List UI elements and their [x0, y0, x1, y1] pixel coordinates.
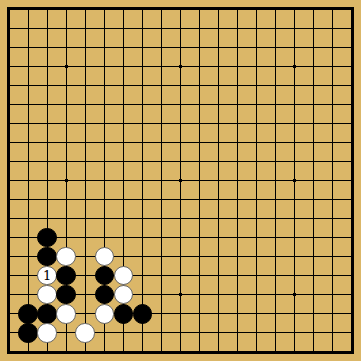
star-point [179, 293, 182, 296]
stone-black [56, 285, 76, 305]
stone-white [114, 266, 134, 286]
stone-black [56, 266, 76, 286]
stone-white [75, 323, 95, 343]
star-point [179, 65, 182, 68]
star-point [293, 293, 296, 296]
stone-white [37, 285, 57, 305]
stone-black [133, 304, 153, 324]
stone-black [18, 323, 38, 343]
stone-black [37, 304, 57, 324]
stone-black [95, 266, 115, 286]
stone-white [37, 323, 57, 343]
stone-white: 1 [37, 266, 57, 286]
star-point [65, 65, 68, 68]
go-board-diagram: 1 [0, 0, 361, 361]
stone-white [95, 304, 115, 324]
stone-black [18, 304, 38, 324]
star-point [179, 179, 182, 182]
stone-black [114, 304, 134, 324]
stone-black [95, 285, 115, 305]
stone-black [37, 228, 57, 248]
move-number-label: 1 [43, 269, 51, 282]
go-board-grid[interactable]: 1 [0, 0, 361, 361]
stone-white [56, 304, 76, 324]
star-point [293, 179, 296, 182]
stone-black [37, 247, 57, 267]
star-point [293, 65, 296, 68]
stone-white [114, 285, 134, 305]
stone-white [56, 247, 76, 267]
star-point [65, 179, 68, 182]
stone-white [95, 247, 115, 267]
